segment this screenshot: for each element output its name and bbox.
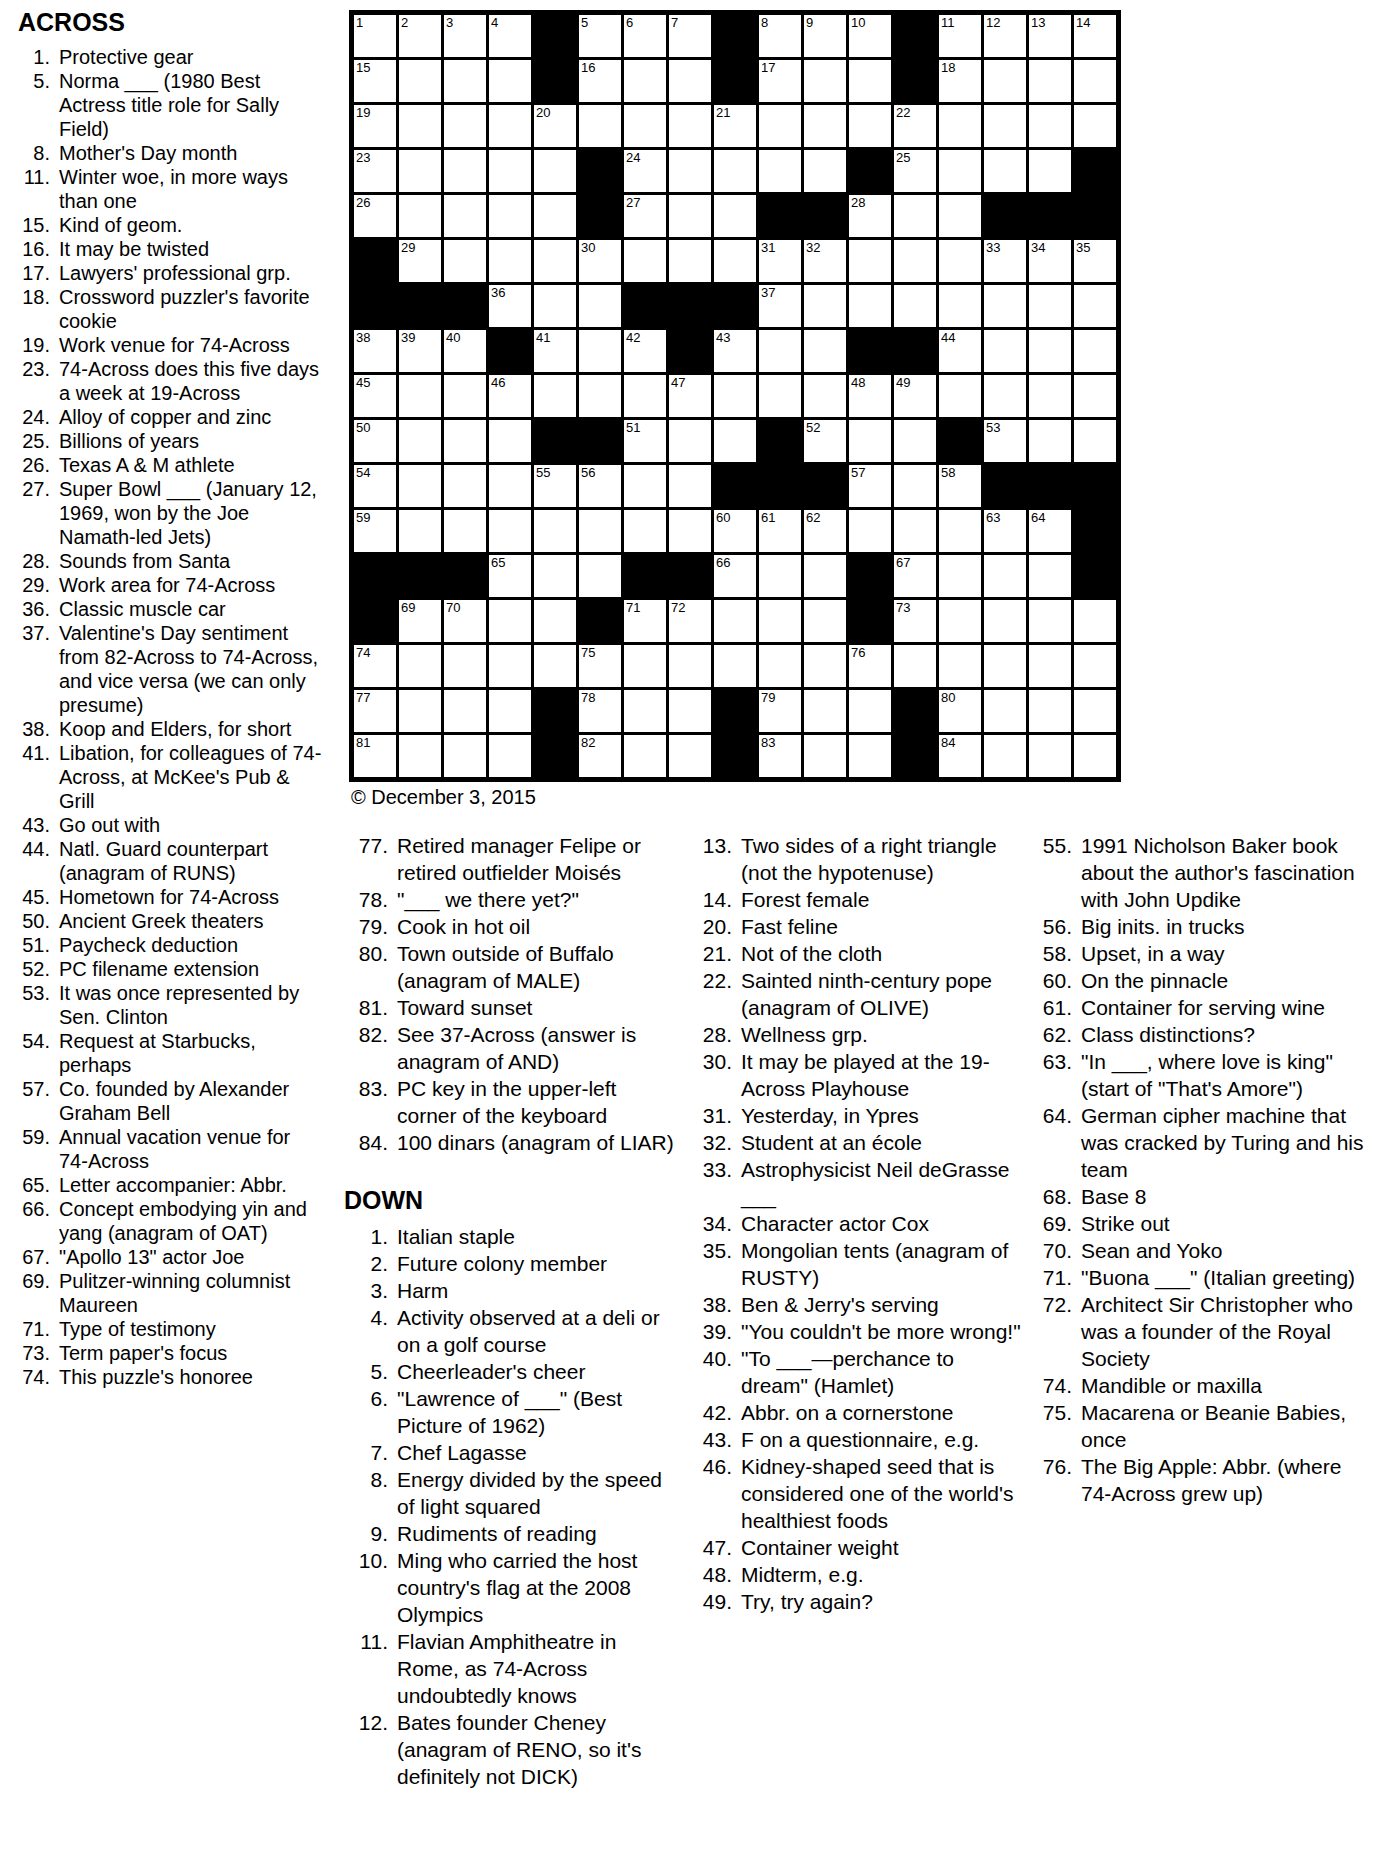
cell-r9c11[interactable]: [804, 375, 846, 417]
cell-r17c10[interactable]: 83: [759, 735, 801, 777]
cell-r5c4[interactable]: [489, 195, 531, 237]
cell-r11c2[interactable]: [399, 465, 441, 507]
cell-r9c16[interactable]: [1029, 375, 1071, 417]
cell-r3c11[interactable]: [804, 105, 846, 147]
cell-r6c12[interactable]: [849, 240, 891, 282]
cell-r6c4[interactable]: [489, 240, 531, 282]
cell-r12c12[interactable]: [849, 510, 891, 552]
cell-r10c13[interactable]: [894, 420, 936, 462]
cell-r7c13[interactable]: [894, 285, 936, 327]
cell-r7c6[interactable]: [579, 285, 621, 327]
clue-down-31: 31.Yesterday, in Ypres: [688, 1102, 1026, 1129]
cell-r13c9[interactable]: 66: [714, 555, 756, 597]
cell-r10c17[interactable]: [1074, 420, 1116, 462]
cell-r15c4[interactable]: [489, 645, 531, 687]
cell-r16c7[interactable]: [624, 690, 666, 732]
clue-text: Ming who carried the host country's flag…: [388, 1547, 676, 1628]
cell-r8c16[interactable]: [1029, 330, 1071, 372]
cell-r7c16[interactable]: [1029, 285, 1071, 327]
cell-r14c11[interactable]: [804, 600, 846, 642]
cell-r11c8[interactable]: [669, 465, 711, 507]
clue-down-63: 63."In ___, where love is king" (start o…: [1028, 1048, 1374, 1102]
cell-r3c9[interactable]: 21: [714, 105, 756, 147]
cell-r17c2[interactable]: [399, 735, 441, 777]
clue-text: Texas A & M athlete: [50, 453, 235, 477]
cell-r2c14[interactable]: 18: [939, 60, 981, 102]
cell-r17c16[interactable]: [1029, 735, 1071, 777]
cell-r10c2[interactable]: [399, 420, 441, 462]
cell-r11c13[interactable]: [894, 465, 936, 507]
cell-r2c2[interactable]: [399, 60, 441, 102]
cell-r2c12[interactable]: [849, 60, 891, 102]
clue-number: 19.: [18, 333, 50, 357]
cell-r11c5[interactable]: 55: [534, 465, 576, 507]
cell-r4c5[interactable]: [534, 150, 576, 192]
cell-r15c15[interactable]: [984, 645, 1026, 687]
cell-r8c9[interactable]: 43: [714, 330, 756, 372]
cell-r4c15[interactable]: [984, 150, 1026, 192]
cell-r14c15[interactable]: [984, 600, 1026, 642]
clue-text: Midterm, e.g.: [732, 1561, 864, 1588]
cell-r16c4[interactable]: [489, 690, 531, 732]
cell-r12c16[interactable]: 64: [1029, 510, 1071, 552]
cell-r15c17[interactable]: [1074, 645, 1116, 687]
cell-r13c10[interactable]: [759, 555, 801, 597]
cell-r14c5[interactable]: [534, 600, 576, 642]
cell-r5c9[interactable]: [714, 195, 756, 237]
clue-text: On the pinnacle: [1072, 967, 1228, 994]
cell-r1c7[interactable]: 6: [624, 15, 666, 57]
cell-r9c13[interactable]: 49: [894, 375, 936, 417]
cell-r3c13[interactable]: 22: [894, 105, 936, 147]
cell-r8c11[interactable]: [804, 330, 846, 372]
cell-r11c7[interactable]: [624, 465, 666, 507]
cell-r4c1[interactable]: 23: [354, 150, 396, 192]
cell-r17c14[interactable]: 84: [939, 735, 981, 777]
cell-r1c4[interactable]: 4: [489, 15, 531, 57]
cell-r15c8[interactable]: [669, 645, 711, 687]
clue-down-60: 60.On the pinnacle: [1028, 967, 1374, 994]
clue-number: 29.: [18, 573, 50, 597]
cell-r9c4[interactable]: 46: [489, 375, 531, 417]
cell-r9c5[interactable]: [534, 375, 576, 417]
clue-across-36: 36.Classic muscle car: [18, 597, 322, 621]
clue-number: 43.: [688, 1426, 732, 1453]
cell-r8c15[interactable]: [984, 330, 1026, 372]
cell-r12c15[interactable]: 63: [984, 510, 1026, 552]
cell-r13c13[interactable]: 67: [894, 555, 936, 597]
cell-r6c15[interactable]: 33: [984, 240, 1026, 282]
cell-r10c8[interactable]: [669, 420, 711, 462]
cell-r8c6[interactable]: [579, 330, 621, 372]
cell-r8c14[interactable]: 44: [939, 330, 981, 372]
cell-r11c1[interactable]: 54: [354, 465, 396, 507]
cell-r13c16[interactable]: [1029, 555, 1071, 597]
cell-r12c10[interactable]: 61: [759, 510, 801, 552]
cell-r15c7[interactable]: [624, 645, 666, 687]
cell-r8c1[interactable]: 38: [354, 330, 396, 372]
cell-r14c14[interactable]: [939, 600, 981, 642]
cell-r2c15[interactable]: [984, 60, 1026, 102]
cell-r4c3[interactable]: [444, 150, 486, 192]
clue-text: Rudiments of reading: [388, 1520, 597, 1547]
cell-r1c14[interactable]: 11: [939, 15, 981, 57]
cell-r1c2[interactable]: 2: [399, 15, 441, 57]
cell-r12c7[interactable]: [624, 510, 666, 552]
clue-down-8: 8.Energy divided by the speed of light s…: [344, 1466, 676, 1520]
cell-r2c17[interactable]: [1074, 60, 1116, 102]
cell-r11c3[interactable]: [444, 465, 486, 507]
cell-r4c8[interactable]: [669, 150, 711, 192]
cell-r7c17[interactable]: [1074, 285, 1116, 327]
cell-r5c16-black: [1029, 195, 1071, 237]
cell-r15c1[interactable]: 74: [354, 645, 396, 687]
cell-number: 71: [626, 601, 640, 615]
cell-number: 35: [1076, 241, 1090, 255]
cell-r12c8[interactable]: [669, 510, 711, 552]
cell-r2c6[interactable]: 16: [579, 60, 621, 102]
cell-r14c9[interactable]: [714, 600, 756, 642]
cell-r8c10[interactable]: [759, 330, 801, 372]
cell-r6c3[interactable]: [444, 240, 486, 282]
cell-r4c11[interactable]: [804, 150, 846, 192]
clue-across-81: 81.Toward sunset: [344, 994, 676, 1021]
cell-r16c3[interactable]: [444, 690, 486, 732]
cell-r13c6[interactable]: [579, 555, 621, 597]
cell-r1c12[interactable]: 10: [849, 15, 891, 57]
cell-r9c14[interactable]: [939, 375, 981, 417]
cell-r12c3[interactable]: [444, 510, 486, 552]
clue-across-71: 71.Type of testimony: [18, 1317, 322, 1341]
cell-r6c10[interactable]: 31: [759, 240, 801, 282]
cell-r10c7[interactable]: 51: [624, 420, 666, 462]
cell-r14c2[interactable]: 69: [399, 600, 441, 642]
cell-r1c10[interactable]: 8: [759, 15, 801, 57]
cell-r9c17[interactable]: [1074, 375, 1116, 417]
cell-r9c10[interactable]: [759, 375, 801, 417]
cell-r16c2[interactable]: [399, 690, 441, 732]
cell-r15c2[interactable]: [399, 645, 441, 687]
clue-number: 30.: [688, 1048, 732, 1075]
cell-r3c7[interactable]: [624, 105, 666, 147]
cell-r10c1[interactable]: 50: [354, 420, 396, 462]
cell-r11c17-black: [1074, 465, 1116, 507]
cell-r2c11[interactable]: [804, 60, 846, 102]
cell-r15c6[interactable]: 75: [579, 645, 621, 687]
cell-r14c10[interactable]: [759, 600, 801, 642]
clue-number: 55.: [1028, 832, 1072, 859]
cell-r16c17[interactable]: [1074, 690, 1116, 732]
cell-r13c5[interactable]: [534, 555, 576, 597]
cell-r15c12[interactable]: 76: [849, 645, 891, 687]
clue-across-79: 79.Cook in hot oil: [344, 913, 676, 940]
clue-down-6: 6."Lawrence of ___" (Best Picture of 196…: [344, 1385, 676, 1439]
cell-r17c15[interactable]: [984, 735, 1026, 777]
cell-r2c7[interactable]: [624, 60, 666, 102]
cell-r4c9[interactable]: [714, 150, 756, 192]
cell-r10c9[interactable]: [714, 420, 756, 462]
cell-r12c5[interactable]: [534, 510, 576, 552]
cell-r4c14[interactable]: [939, 150, 981, 192]
cell-r11c14[interactable]: 58: [939, 465, 981, 507]
cell-r14c16[interactable]: [1029, 600, 1071, 642]
cell-r9c6[interactable]: [579, 375, 621, 417]
cell-r15c10[interactable]: [759, 645, 801, 687]
cell-r6c7[interactable]: [624, 240, 666, 282]
cell-r13c11[interactable]: [804, 555, 846, 597]
cell-r10c3[interactable]: [444, 420, 486, 462]
clue-number: 51.: [18, 933, 50, 957]
cell-r17c4[interactable]: [489, 735, 531, 777]
cell-r2c4[interactable]: [489, 60, 531, 102]
cell-r13c4[interactable]: 65: [489, 555, 531, 597]
cell-r1c8[interactable]: 7: [669, 15, 711, 57]
cell-r12c14[interactable]: [939, 510, 981, 552]
cell-r7c14[interactable]: [939, 285, 981, 327]
clue-number: 16.: [18, 237, 50, 261]
cell-r5c1[interactable]: 26: [354, 195, 396, 237]
cell-r12c2[interactable]: [399, 510, 441, 552]
cell-r8c5[interactable]: 41: [534, 330, 576, 372]
cell-r4c17-black: [1074, 150, 1116, 192]
cell-r16c6[interactable]: 78: [579, 690, 621, 732]
cell-r4c10[interactable]: [759, 150, 801, 192]
cell-r2c3[interactable]: [444, 60, 486, 102]
cell-r16c10[interactable]: 79: [759, 690, 801, 732]
cell-r1c3[interactable]: 3: [444, 15, 486, 57]
cell-r6c11[interactable]: 32: [804, 240, 846, 282]
clue-down-56: 56.Big inits. in trucks: [1028, 913, 1374, 940]
cell-number: 5: [581, 16, 588, 30]
cell-r11c4[interactable]: [489, 465, 531, 507]
cell-r5c14[interactable]: [939, 195, 981, 237]
cell-r9c7[interactable]: [624, 375, 666, 417]
cell-r15c5[interactable]: [534, 645, 576, 687]
cell-r4c16[interactable]: [1029, 150, 1071, 192]
cell-r7c11[interactable]: [804, 285, 846, 327]
cell-number: 57: [851, 466, 865, 480]
cell-r17c12[interactable]: [849, 735, 891, 777]
cell-r12c13[interactable]: [894, 510, 936, 552]
clue-text: Winter woe, in more ways than one: [50, 165, 322, 213]
cell-r12c4[interactable]: [489, 510, 531, 552]
cell-r17c1[interactable]: 81: [354, 735, 396, 777]
cell-r1c16[interactable]: 13: [1029, 15, 1071, 57]
cell-r3c15[interactable]: [984, 105, 1026, 147]
cell-r16c11[interactable]: [804, 690, 846, 732]
cell-r14c4[interactable]: [489, 600, 531, 642]
cell-r1c6[interactable]: 5: [579, 15, 621, 57]
cell-r3c10[interactable]: [759, 105, 801, 147]
clue-down-33: 33.Astrophysicist Neil deGrasse ___: [688, 1156, 1026, 1210]
cell-r5c8[interactable]: [669, 195, 711, 237]
cell-r3c2[interactable]: [399, 105, 441, 147]
cell-r1c11[interactable]: 9: [804, 15, 846, 57]
cell-r3c16[interactable]: [1029, 105, 1071, 147]
cell-r16c1[interactable]: 77: [354, 690, 396, 732]
cell-r4c6-black: [579, 150, 621, 192]
clue-number: 12.: [344, 1709, 388, 1736]
cell-r10c11[interactable]: 52: [804, 420, 846, 462]
cell-r17c3[interactable]: [444, 735, 486, 777]
cell-r16c12[interactable]: [849, 690, 891, 732]
clue-down-69: 69.Strike out: [1028, 1210, 1374, 1237]
cell-r5c5[interactable]: [534, 195, 576, 237]
cell-r6c9[interactable]: [714, 240, 756, 282]
cell-r14c17[interactable]: [1074, 600, 1116, 642]
clue-down-40: 40."To ___—perchance to dream" (Hamlet): [688, 1345, 1026, 1399]
cell-r4c4[interactable]: [489, 150, 531, 192]
cell-r3c5[interactable]: 20: [534, 105, 576, 147]
cell-r15c14[interactable]: [939, 645, 981, 687]
cell-r2c16[interactable]: [1029, 60, 1071, 102]
cell-r2c10[interactable]: 17: [759, 60, 801, 102]
cell-r3c12[interactable]: [849, 105, 891, 147]
cell-r15c9[interactable]: [714, 645, 756, 687]
across-clues-column: ACROSS 1.Protective gear5.Norma ___ (198…: [18, 8, 322, 1389]
cell-r10c16[interactable]: [1029, 420, 1071, 462]
clue-text: Town outside of Buffalo (anagram of MALE…: [388, 940, 676, 994]
cell-r3c3[interactable]: [444, 105, 486, 147]
cell-r7c4[interactable]: 36: [489, 285, 531, 327]
cell-r9c3[interactable]: [444, 375, 486, 417]
cell-r4c7[interactable]: 24: [624, 150, 666, 192]
cell-number: 40: [446, 331, 460, 345]
clue-number: 49.: [688, 1588, 732, 1615]
cell-r15c16[interactable]: [1029, 645, 1071, 687]
clue-down-49: 49.Try, try again?: [688, 1588, 1026, 1615]
cell-r3c6[interactable]: [579, 105, 621, 147]
clue-text: Alloy of copper and zinc: [50, 405, 271, 429]
cell-r8c17[interactable]: [1074, 330, 1116, 372]
cell-r6c6[interactable]: 30: [579, 240, 621, 282]
cell-r7c10[interactable]: 37: [759, 285, 801, 327]
cell-r6c16[interactable]: 34: [1029, 240, 1071, 282]
cell-r10c12[interactable]: [849, 420, 891, 462]
cell-r2c5-black: [534, 60, 576, 102]
cell-r17c11[interactable]: [804, 735, 846, 777]
cell-r3c8[interactable]: [669, 105, 711, 147]
cell-r13c14[interactable]: [939, 555, 981, 597]
cell-r17c5-black: [534, 735, 576, 777]
cell-number: 61: [761, 511, 775, 525]
cell-r11c6[interactable]: 56: [579, 465, 621, 507]
cell-r2c8[interactable]: [669, 60, 711, 102]
cell-r5c2[interactable]: [399, 195, 441, 237]
clue-down-48: 48.Midterm, e.g.: [688, 1561, 1026, 1588]
cell-r8c3[interactable]: 40: [444, 330, 486, 372]
cell-r12c9[interactable]: 60: [714, 510, 756, 552]
cell-r9c12[interactable]: 48: [849, 375, 891, 417]
cell-r9c1[interactable]: 45: [354, 375, 396, 417]
cell-r7c15[interactable]: [984, 285, 1026, 327]
clue-text: Mandible or maxilla: [1072, 1372, 1262, 1399]
cell-r6c8[interactable]: [669, 240, 711, 282]
cell-r17c17[interactable]: [1074, 735, 1116, 777]
clue-across-84: 84.100 dinars (anagram of LIAR): [344, 1129, 676, 1156]
cell-r14c3[interactable]: 70: [444, 600, 486, 642]
cell-r12c11[interactable]: 62: [804, 510, 846, 552]
clue-number: 63.: [1028, 1048, 1072, 1075]
cell-r5c7[interactable]: 27: [624, 195, 666, 237]
cell-r15c3[interactable]: [444, 645, 486, 687]
cell-r13c15[interactable]: [984, 555, 1026, 597]
cell-r8c2[interactable]: 39: [399, 330, 441, 372]
cell-r6c17[interactable]: 35: [1074, 240, 1116, 282]
clue-number: 24.: [18, 405, 50, 429]
cell-r6c14[interactable]: [939, 240, 981, 282]
cell-number: 34: [1031, 241, 1045, 255]
cell-r4c13[interactable]: 25: [894, 150, 936, 192]
clue-number: 5.: [18, 69, 50, 93]
cell-r12c6[interactable]: [579, 510, 621, 552]
cell-r15c11[interactable]: [804, 645, 846, 687]
cell-r14c13[interactable]: 73: [894, 600, 936, 642]
down-clue-list-2: 13.Two sides of a right triangle (not th…: [688, 832, 1026, 1615]
cell-r5c12[interactable]: 28: [849, 195, 891, 237]
clue-number: 8.: [344, 1466, 388, 1493]
clue-text: Type of testimony: [50, 1317, 216, 1341]
cell-r17c6[interactable]: 82: [579, 735, 621, 777]
cell-r9c8[interactable]: 47: [669, 375, 711, 417]
cell-r17c8[interactable]: [669, 735, 711, 777]
cell-r5c13[interactable]: [894, 195, 936, 237]
cell-r12c1[interactable]: 59: [354, 510, 396, 552]
cell-r6c2[interactable]: 29: [399, 240, 441, 282]
cell-r14c8[interactable]: 72: [669, 600, 711, 642]
cell-r4c2[interactable]: [399, 150, 441, 192]
cell-r7c5[interactable]: [534, 285, 576, 327]
cell-r6c1-black: [354, 240, 396, 282]
cell-r14c7[interactable]: 71: [624, 600, 666, 642]
clue-text: PC key in the upper-left corner of the k…: [388, 1075, 676, 1129]
cell-r9c2[interactable]: [399, 375, 441, 417]
cell-r7c3-black: [444, 285, 486, 327]
cell-r5c3[interactable]: [444, 195, 486, 237]
clue-text: Valentine's Day sentiment from 82-Across…: [50, 621, 322, 717]
clue-across-1: 1.Protective gear: [18, 45, 322, 69]
cell-r3c4[interactable]: [489, 105, 531, 147]
cell-r16c8[interactable]: [669, 690, 711, 732]
clue-across-82: 82.See 37-Across (answer is anagram of A…: [344, 1021, 676, 1075]
cell-r15c13[interactable]: [894, 645, 936, 687]
cell-r8c7[interactable]: 42: [624, 330, 666, 372]
clue-across-54: 54.Request at Starbucks, perhaps: [18, 1029, 322, 1077]
cell-r6c13[interactable]: [894, 240, 936, 282]
clue-text: Wellness grp.: [732, 1021, 868, 1048]
cell-r9c15[interactable]: [984, 375, 1026, 417]
cell-r3c1[interactable]: 19: [354, 105, 396, 147]
cell-r3c17[interactable]: [1074, 105, 1116, 147]
cell-r2c1[interactable]: 15: [354, 60, 396, 102]
cell-r17c7[interactable]: [624, 735, 666, 777]
cell-r3c14[interactable]: [939, 105, 981, 147]
cell-r16c15[interactable]: [984, 690, 1026, 732]
cell-r10c4[interactable]: [489, 420, 531, 462]
cell-r1c17[interactable]: 14: [1074, 15, 1116, 57]
cell-r16c16[interactable]: [1029, 690, 1071, 732]
cell-r16c14[interactable]: 80: [939, 690, 981, 732]
cell-r6c5[interactable]: [534, 240, 576, 282]
cell-r9c9[interactable]: [714, 375, 756, 417]
clue-number: 81.: [344, 994, 388, 1021]
cell-r11c12[interactable]: 57: [849, 465, 891, 507]
cell-r7c12[interactable]: [849, 285, 891, 327]
cell-r2c9-black: [714, 60, 756, 102]
cell-r1c1[interactable]: 1: [354, 15, 396, 57]
cell-r1c15[interactable]: 12: [984, 15, 1026, 57]
cell-r10c15[interactable]: 53: [984, 420, 1026, 462]
